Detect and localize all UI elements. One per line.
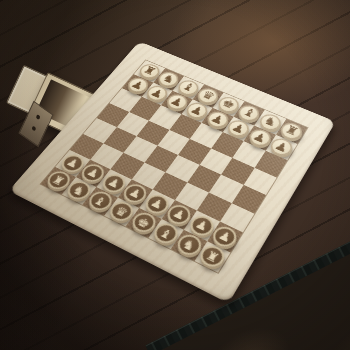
piece-glyph: ♟ (148, 87, 166, 100)
piece-glyph: ♟ (188, 104, 206, 118)
piece-glyph: ♟ (149, 196, 166, 211)
piece-glyph: ♛ (113, 204, 131, 219)
piece-glyph: ♚ (135, 214, 153, 229)
piece-glyph: ♟ (171, 207, 188, 222)
piece-glyph: ♚ (220, 97, 238, 111)
piece-glyph: ♟ (64, 156, 81, 170)
piece-glyph: ♛ (200, 89, 217, 102)
piece-glyph: ♞ (180, 237, 198, 253)
piece-glyph: ♟ (273, 139, 291, 154)
scene: ♜♞♝♛♚♝♞♜♟♟♟♟♟♟♟♟♟♟♟♟♟♟♟♟♜♞♝♛♚♝♞♜ (0, 0, 350, 350)
piece-glyph: ♜ (141, 64, 158, 77)
piece-glyph: ♞ (262, 115, 280, 129)
piece-glyph: ♝ (180, 81, 197, 94)
piece-glyph: ♟ (251, 130, 269, 145)
piece-glyph: ♟ (209, 112, 227, 126)
piece-glyph: ♜ (283, 124, 301, 138)
piece-glyph: ♞ (160, 72, 177, 85)
piece-glyph: ♟ (193, 217, 211, 232)
dowel-hole (36, 114, 41, 120)
piece-glyph: ♟ (168, 95, 186, 109)
piece-glyph: ♟ (127, 186, 144, 200)
piece-glyph: ♜ (204, 248, 222, 264)
dowel-hole (31, 126, 36, 132)
piece-glyph: ♟ (129, 78, 147, 91)
piece-glyph: ♜ (50, 173, 67, 187)
piece-glyph: ♞ (71, 183, 88, 197)
piece-glyph: ♟ (85, 166, 102, 180)
piece-glyph: ♝ (92, 193, 110, 208)
piece-glyph: ♟ (216, 228, 234, 244)
piece-glyph: ♟ (230, 121, 248, 135)
piece-glyph: ♝ (240, 106, 258, 120)
piece-glyph: ♝ (157, 225, 175, 241)
piece-glyph: ♟ (106, 176, 123, 190)
